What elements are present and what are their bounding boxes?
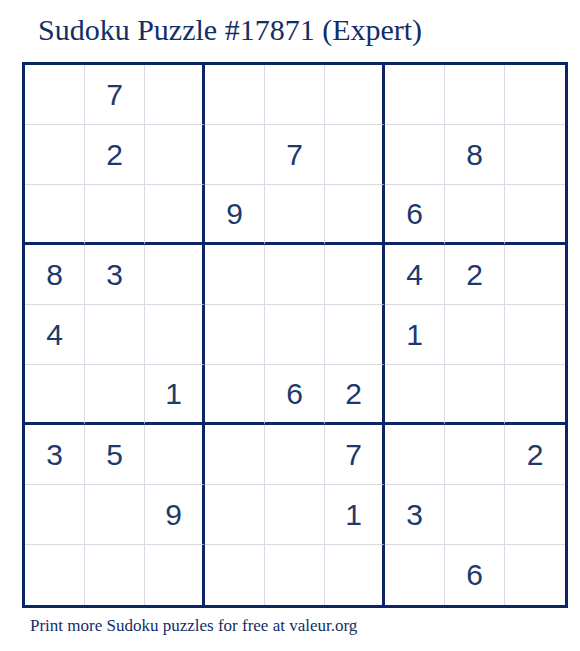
sudoku-cell-r3c2[interactable]	[85, 185, 145, 245]
sudoku-cell-r8c7[interactable]: 3	[385, 485, 445, 545]
puzzle-title: Sudoku Puzzle #17871 (Expert)	[38, 13, 422, 46]
sudoku-cell-r1c9[interactable]	[505, 65, 565, 125]
sudoku-cell-r8c5[interactable]	[265, 485, 325, 545]
sudoku-cell-r2c2[interactable]: 2	[85, 125, 145, 185]
sudoku-cell-r8c2[interactable]	[85, 485, 145, 545]
sudoku-cell-r9c9[interactable]	[505, 545, 565, 605]
sudoku-cell-r1c2[interactable]: 7	[85, 65, 145, 125]
sudoku-cell-r7c3[interactable]	[145, 425, 205, 485]
sudoku-cell-r1c7[interactable]	[385, 65, 445, 125]
sudoku-cell-r7c7[interactable]	[385, 425, 445, 485]
sudoku-cell-r4c5[interactable]	[265, 245, 325, 305]
sudoku-cell-r6c8[interactable]	[445, 365, 505, 425]
sudoku-cell-r5c2[interactable]	[85, 305, 145, 365]
sudoku-cell-r9c6[interactable]	[325, 545, 385, 605]
sudoku-cell-r4c1[interactable]: 8	[25, 245, 85, 305]
sudoku-cell-r5c7[interactable]: 1	[385, 305, 445, 365]
sudoku-cell-r7c9[interactable]: 2	[505, 425, 565, 485]
sudoku-cell-r7c4[interactable]	[205, 425, 265, 485]
sudoku-cell-r2c1[interactable]	[25, 125, 85, 185]
sudoku-cell-r7c5[interactable]	[265, 425, 325, 485]
sudoku-cell-r1c1[interactable]	[25, 65, 85, 125]
sudoku-cell-r2c9[interactable]	[505, 125, 565, 185]
sudoku-cell-r8c6[interactable]: 1	[325, 485, 385, 545]
sudoku-cell-r1c5[interactable]	[265, 65, 325, 125]
sudoku-cell-r7c6[interactable]: 7	[325, 425, 385, 485]
sudoku-cell-r6c6[interactable]: 2	[325, 365, 385, 425]
sudoku-cell-r4c7[interactable]: 4	[385, 245, 445, 305]
sudoku-cell-r3c1[interactable]	[25, 185, 85, 245]
sudoku-cell-r6c4[interactable]	[205, 365, 265, 425]
sudoku-cell-r8c1[interactable]	[25, 485, 85, 545]
sudoku-cell-r4c2[interactable]: 3	[85, 245, 145, 305]
sudoku-cell-r6c5[interactable]: 6	[265, 365, 325, 425]
sudoku-cell-r5c1[interactable]: 4	[25, 305, 85, 365]
sudoku-cell-r9c7[interactable]	[385, 545, 445, 605]
sudoku-cell-r7c2[interactable]: 5	[85, 425, 145, 485]
sudoku-cell-r6c7[interactable]	[385, 365, 445, 425]
sudoku-board: 72789683424116235729136	[22, 62, 568, 608]
sudoku-cell-r2c6[interactable]	[325, 125, 385, 185]
sudoku-cell-r2c4[interactable]	[205, 125, 265, 185]
sudoku-cell-r5c4[interactable]	[205, 305, 265, 365]
sudoku-cell-r6c3[interactable]: 1	[145, 365, 205, 425]
sudoku-cell-r4c9[interactable]	[505, 245, 565, 305]
sudoku-cell-r3c9[interactable]	[505, 185, 565, 245]
sudoku-cell-r5c5[interactable]	[265, 305, 325, 365]
sudoku-cell-r1c3[interactable]	[145, 65, 205, 125]
sudoku-cell-r3c4[interactable]: 9	[205, 185, 265, 245]
sudoku-cell-r9c4[interactable]	[205, 545, 265, 605]
sudoku-cell-r4c3[interactable]	[145, 245, 205, 305]
sudoku-cell-r3c7[interactable]: 6	[385, 185, 445, 245]
sudoku-cell-r4c4[interactable]	[205, 245, 265, 305]
sudoku-cell-r9c8[interactable]: 6	[445, 545, 505, 605]
sudoku-cell-r3c6[interactable]	[325, 185, 385, 245]
sudoku-cell-r6c9[interactable]	[505, 365, 565, 425]
sudoku-cell-r5c9[interactable]	[505, 305, 565, 365]
sudoku-cell-r5c3[interactable]	[145, 305, 205, 365]
sudoku-cell-r6c1[interactable]	[25, 365, 85, 425]
sudoku-cell-r7c1[interactable]: 3	[25, 425, 85, 485]
sudoku-cell-r9c5[interactable]	[265, 545, 325, 605]
sudoku-cell-r8c4[interactable]	[205, 485, 265, 545]
sudoku-cell-r8c8[interactable]	[445, 485, 505, 545]
sudoku-cell-r1c8[interactable]	[445, 65, 505, 125]
sudoku-page: Sudoku Puzzle #17871 (Expert) 7278968342…	[0, 0, 580, 651]
sudoku-cell-r2c5[interactable]: 7	[265, 125, 325, 185]
sudoku-cell-r8c3[interactable]: 9	[145, 485, 205, 545]
sudoku-cell-r5c6[interactable]	[325, 305, 385, 365]
footer-text: Print more Sudoku puzzles for free at va…	[30, 616, 357, 636]
sudoku-cell-r4c8[interactable]: 2	[445, 245, 505, 305]
sudoku-cell-r6c2[interactable]	[85, 365, 145, 425]
sudoku-cell-r3c3[interactable]	[145, 185, 205, 245]
sudoku-cell-r2c7[interactable]	[385, 125, 445, 185]
sudoku-cell-r3c5[interactable]	[265, 185, 325, 245]
sudoku-cell-r3c8[interactable]	[445, 185, 505, 245]
sudoku-cell-r4c6[interactable]	[325, 245, 385, 305]
sudoku-cell-r8c9[interactable]	[505, 485, 565, 545]
sudoku-cell-r1c4[interactable]	[205, 65, 265, 125]
sudoku-cell-r9c3[interactable]	[145, 545, 205, 605]
sudoku-cell-r9c2[interactable]	[85, 545, 145, 605]
sudoku-cell-r5c8[interactable]	[445, 305, 505, 365]
sudoku-cell-r1c6[interactable]	[325, 65, 385, 125]
sudoku-cell-r9c1[interactable]	[25, 545, 85, 605]
sudoku-cell-r2c8[interactable]: 8	[445, 125, 505, 185]
sudoku-cell-r7c8[interactable]	[445, 425, 505, 485]
sudoku-cell-r2c3[interactable]	[145, 125, 205, 185]
